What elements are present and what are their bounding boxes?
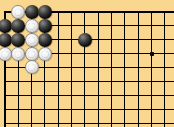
white-stone: ○ [11,5,25,19]
white-stone: ○ [25,60,39,74]
white-stone: ○ [38,47,52,61]
black-stone: ● [11,33,25,47]
board-grid: ●●●●●●●●●○○○○○○○○ [0,5,172,127]
white-stone: ○ [11,47,25,61]
white-stone: ○ [25,19,39,33]
white-stone: ○ [25,33,39,47]
black-stone: ● [11,19,25,33]
black-stone: ● [0,19,12,33]
black-stone: ● [25,5,39,19]
white-stone: ○ [25,47,39,61]
black-stone: ● [38,19,52,33]
black-stone: ● [0,33,12,47]
white-stone: ○ [0,47,12,61]
black-stone: ● [78,33,92,47]
black-stone: ● [38,5,52,19]
black-stone: ● [38,33,52,47]
go-board[interactable]: ●●●●●●●●●○○○○○○○○ [0,0,174,127]
